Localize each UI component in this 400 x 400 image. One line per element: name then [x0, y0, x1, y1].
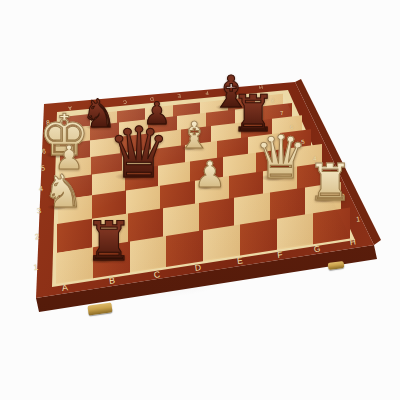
- piece-black-rook-b1[interactable]: ♜: [85, 215, 133, 269]
- chess-board-photo: AABBCCDDEEFFGGHH1122334455667788 ♝♟♞♜♝♚♟…: [0, 0, 400, 400]
- piece-white-rook-h2[interactable]: ♜: [307, 157, 353, 208]
- piece-white-pawn-e3[interactable]: ♟: [194, 157, 226, 193]
- piece-white-bishop-e5[interactable]: ♝: [177, 117, 210, 154]
- pieces-layer: ♝♟♞♜♝♚♟♛♛♟♜♞♜: [0, 0, 400, 400]
- piece-black-queen-c4[interactable]: ♛: [108, 118, 171, 188]
- piece-white-queen-g3[interactable]: ♛: [254, 127, 308, 187]
- piece-white-knight-a3[interactable]: ♞: [42, 168, 83, 214]
